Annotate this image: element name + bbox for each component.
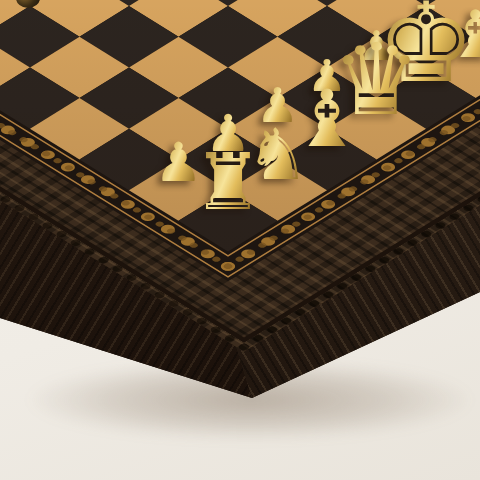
chess-set-photo: Overhead corner photograph of a luxury l… xyxy=(0,0,480,480)
square-a1: ♜ xyxy=(179,190,278,251)
